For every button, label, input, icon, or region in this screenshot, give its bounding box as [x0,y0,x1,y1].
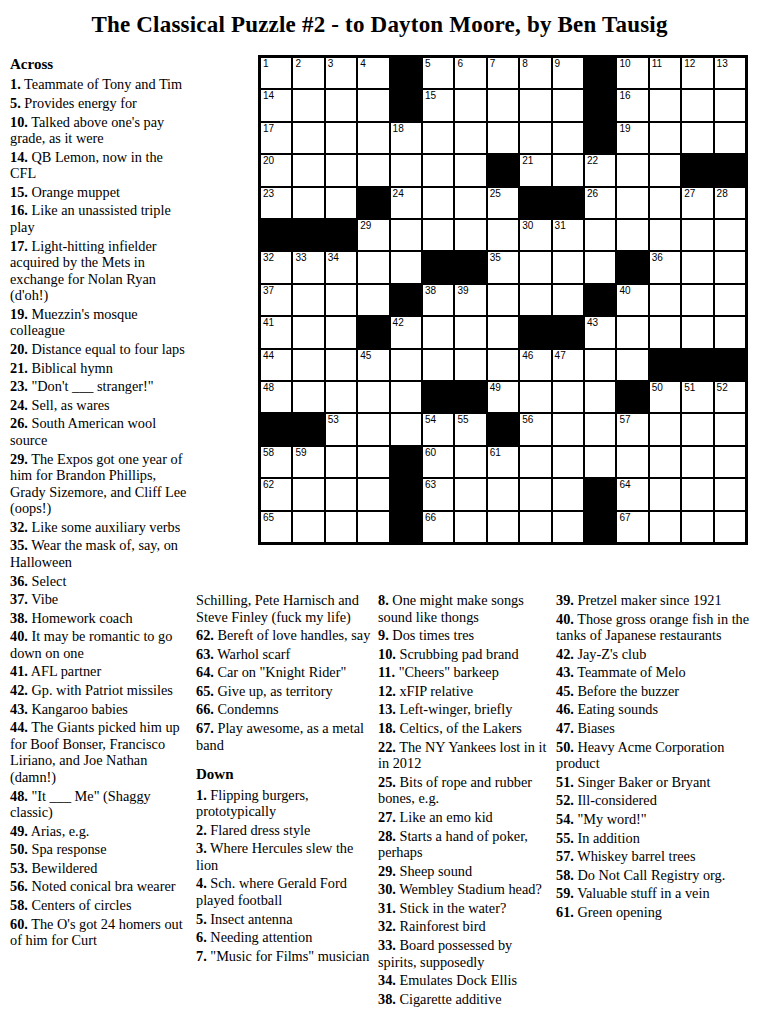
grid-cell[interactable]: 18 [390,122,422,154]
grid-cell[interactable] [292,284,324,316]
grid-cell[interactable]: 17 [260,122,292,154]
grid-cell[interactable] [357,154,389,186]
grid-cell[interactable] [584,381,616,413]
grid-cell[interactable] [552,381,584,413]
black-square [584,57,616,89]
grid-cell[interactable] [584,446,616,478]
grid-cell[interactable]: 23 [260,187,292,219]
grid-cell[interactable] [681,284,713,316]
grid-cell[interactable]: 31 [552,219,584,251]
clue: 53. Bewildered [10,860,188,877]
grid-cell[interactable]: 4 [357,57,389,89]
grid-cell[interactable]: 34 [325,251,357,283]
grid-cell[interactable] [681,89,713,121]
clue: 36. Select [10,573,188,590]
grid-cell[interactable] [584,349,616,381]
grid-cell[interactable] [714,478,746,510]
grid-cell[interactable] [292,511,324,543]
grid-cell[interactable] [357,413,389,445]
grid-cell[interactable] [325,478,357,510]
grid-cell[interactable]: 32 [260,251,292,283]
down-clue-list-continued-1: 8. One might make songs sound like thong… [378,592,552,1009]
grid-cell[interactable] [649,284,681,316]
grid-cell[interactable] [325,349,357,381]
grid-cell[interactable]: 9 [552,57,584,89]
grid-cell[interactable]: 22 [584,154,616,186]
clue: 33. Board possessed by spirits, supposed… [378,937,552,970]
grid-cell[interactable]: 35 [487,251,519,283]
grid-cell[interactable]: 6 [454,57,486,89]
grid-cell[interactable] [454,154,486,186]
clue: 38. Cigarette additive [378,991,552,1008]
grid-cell[interactable]: 19 [616,122,648,154]
crossword-grid: 1234567891011121314151617181920212223242… [258,55,748,545]
clue: 43. Kangaroo babies [10,701,188,718]
grid-cell[interactable] [357,89,389,121]
grid-cell[interactable] [519,284,551,316]
grid-cell[interactable] [552,446,584,478]
grid-cell[interactable]: 60 [422,446,454,478]
cell-number: 20 [263,155,274,167]
cell-number: 7 [490,58,496,70]
cell-number: 61 [490,447,501,459]
grid-cell[interactable]: 27 [681,187,713,219]
grid-cell[interactable] [681,478,713,510]
grid-cell[interactable] [357,446,389,478]
cell-number: 12 [684,58,695,70]
cell-number: 29 [360,220,371,232]
clue: 50. Spa response [10,841,188,858]
grid-cell[interactable] [390,381,422,413]
grid-cell[interactable] [357,284,389,316]
black-square [357,187,389,219]
grid-cell[interactable] [487,316,519,348]
cell-number: 49 [490,382,501,394]
grid-cell[interactable] [487,89,519,121]
grid-cell[interactable] [681,413,713,445]
clue: 2. Flared dress style [196,822,372,839]
grid-cell[interactable] [584,413,616,445]
grid-cell[interactable]: 46 [519,349,551,381]
grid-cell[interactable] [616,446,648,478]
grid-cell[interactable]: 54 [422,413,454,445]
grid-cell[interactable]: 37 [260,284,292,316]
grid-cell[interactable] [292,154,324,186]
cell-number: 14 [263,90,274,102]
grid-cell[interactable]: 65 [260,511,292,543]
grid-cell[interactable] [519,122,551,154]
grid-cell[interactable] [390,349,422,381]
grid-cell[interactable]: 14 [260,89,292,121]
clue: 29. Sheep sound [378,863,552,880]
clue: 40. It may be romantic to go down on one [10,628,188,661]
cell-number: 35 [490,252,501,264]
cell-number: 3 [328,58,334,70]
grid-cell[interactable]: 42 [390,316,422,348]
grid-cell[interactable]: 52 [714,381,746,413]
grid-cell[interactable]: 51 [681,381,713,413]
grid-cell[interactable] [325,89,357,121]
clue-list-header: Across [10,56,188,73]
grid-cell[interactable] [357,511,389,543]
grid-cell[interactable] [325,122,357,154]
grid-cell[interactable]: 61 [487,446,519,478]
grid-cell[interactable] [681,511,713,543]
clue: 57. Whiskey barrel trees [556,848,754,865]
clue: 1. Teammate of Tony and Tim [10,76,188,93]
clue: 37. Vibe [10,591,188,608]
grid-cell[interactable] [649,316,681,348]
cell-number: 4 [360,58,366,70]
grid-cell[interactable] [454,446,486,478]
grid-cell[interactable] [552,478,584,510]
grid-cell[interactable] [552,122,584,154]
grid-cell[interactable]: 5 [422,57,454,89]
grid-cell[interactable] [454,478,486,510]
grid-cell[interactable] [422,316,454,348]
cell-number: 30 [522,220,533,232]
grid-cell[interactable] [325,154,357,186]
grid-cell[interactable] [649,219,681,251]
grid-cell[interactable]: 28 [714,187,746,219]
clue: 61. Green opening [556,904,754,921]
grid-cell[interactable] [714,284,746,316]
grid-cell[interactable] [292,89,324,121]
grid-cell[interactable] [649,413,681,445]
cell-number: 67 [619,512,630,524]
grid-cell[interactable] [325,284,357,316]
cell-number: 15 [425,90,436,102]
grid-cell[interactable] [390,219,422,251]
grid-cell[interactable] [487,219,519,251]
grid-cell[interactable]: 7 [487,57,519,89]
clue: 21. Biblical hymn [10,360,188,377]
clue: 58. Do Not Call Registry org. [556,867,754,884]
grid-cell[interactable] [519,478,551,510]
cell-number: 9 [555,58,561,70]
cell-number: 27 [684,188,695,200]
grid-cell[interactable] [487,349,519,381]
clue: 25. Bits of rope and rubber bones, e.g. [378,774,552,807]
black-square [552,316,584,348]
cell-number: 40 [619,285,630,297]
grid-cell[interactable] [519,511,551,543]
grid-cell[interactable] [454,122,486,154]
grid-cell[interactable]: 49 [487,381,519,413]
clue-list-header: Down [196,766,372,783]
clue: 47. Biases [556,720,754,737]
clue: 10. Talked above one's pay grade, as it … [10,114,188,147]
grid-cell[interactable] [681,219,713,251]
clue: 3. Where Hercules slew the lion [196,840,372,873]
cell-number: 37 [263,285,274,297]
black-square [681,349,713,381]
grid-cell[interactable] [357,381,389,413]
grid-cell[interactable]: 55 [454,413,486,445]
grid-cell[interactable] [714,122,746,154]
grid-cell[interactable] [454,89,486,121]
black-square [422,251,454,283]
grid-cell[interactable]: 66 [422,511,454,543]
clue: 59. Valuable stuff in a vein [556,885,754,902]
grid-cell[interactable]: 43 [584,316,616,348]
clue: 56. Noted conical bra wearer [10,878,188,895]
grid-cell[interactable] [714,446,746,478]
clue: 5. Provides energy for [10,95,188,112]
grid-cell[interactable]: 1 [260,57,292,89]
cell-number: 43 [587,317,598,329]
cell-number: 13 [717,58,728,70]
grid-cell[interactable] [519,89,551,121]
clue: 63. Warhol scarf [196,646,372,663]
grid-cell[interactable] [454,511,486,543]
grid-cell[interactable] [616,316,648,348]
grid-cell[interactable]: 38 [422,284,454,316]
grid-cell[interactable]: 25 [487,187,519,219]
grid-cell[interactable] [552,251,584,283]
grid-cell[interactable]: 13 [714,57,746,89]
grid-cell[interactable] [422,154,454,186]
across-clue-list: Across1. Teammate of Tony and Tim5. Prov… [10,56,188,951]
black-square [487,413,519,445]
clue: 62. Bereft of love handles, say [196,627,372,644]
grid-cell[interactable] [422,349,454,381]
black-square [584,89,616,121]
grid-cell[interactable] [325,511,357,543]
grid-cell[interactable]: 12 [681,57,713,89]
clue: 32. Rainforest bird [378,918,552,935]
grid-cell[interactable] [552,511,584,543]
grid-cell[interactable] [714,511,746,543]
grid-cell[interactable] [714,316,746,348]
grid-cell[interactable] [325,446,357,478]
grid-cell[interactable] [649,89,681,121]
grid-cell[interactable] [325,187,357,219]
grid-cell[interactable] [519,251,551,283]
clue: 64. Car on "Knight Rider" [196,664,372,681]
grid-cell[interactable] [519,381,551,413]
grid-cell[interactable] [325,316,357,348]
grid-cell[interactable]: 39 [454,284,486,316]
black-square [260,219,292,251]
grid-cell[interactable] [714,89,746,121]
clue: 9. Dos times tres [378,627,552,644]
clue: 50. Heavy Acme Corporation product [556,739,754,772]
grid-cell[interactable] [357,251,389,283]
clue: 16. Like an unassisted triple play [10,202,188,235]
cell-number: 45 [360,350,371,362]
black-square [292,413,324,445]
grid-cell[interactable]: 30 [519,219,551,251]
grid-cell[interactable] [649,446,681,478]
cell-number: 17 [263,123,274,135]
cell-number: 11 [652,58,662,70]
grid-cell[interactable]: 59 [292,446,324,478]
cell-number: 60 [425,447,436,459]
grid-cell[interactable]: 15 [422,89,454,121]
grid-cell[interactable] [487,122,519,154]
grid-cell[interactable]: 33 [292,251,324,283]
grid-cell[interactable]: 64 [616,478,648,510]
cell-number: 36 [652,252,663,264]
grid-cell[interactable]: 62 [260,478,292,510]
clue: 55. In addition [556,830,754,847]
cell-number: 51 [684,382,695,394]
grid-cell[interactable] [616,154,648,186]
grid-cell[interactable]: 56 [519,413,551,445]
grid-cell[interactable]: 26 [584,187,616,219]
grid-cell[interactable] [681,251,713,283]
clue: 58. Centers of circles [10,897,188,914]
clue: 12. xFIP relative [378,683,552,700]
grid-cell[interactable] [649,511,681,543]
clue: 42. Gp. with Patriot missiles [10,682,188,699]
clue: 6. Needing attention [196,929,372,946]
clue: 5. Insect antenna [196,911,372,928]
page-title: The Classical Puzzle #2 - to Dayton Moor… [0,12,759,38]
grid-cell[interactable]: 53 [325,413,357,445]
cell-number: 57 [619,414,630,426]
grid-cell[interactable]: 2 [292,57,324,89]
cell-number: 33 [295,252,306,264]
clue: 38. Homework coach [10,610,188,627]
grid-cell[interactable] [616,187,648,219]
cell-number: 24 [393,188,404,200]
black-square [714,349,746,381]
grid-cell[interactable]: 57 [616,413,648,445]
grid-cell[interactable]: 44 [260,349,292,381]
clue: 8. One might make songs sound like thong… [378,592,552,625]
grid-cell[interactable]: 24 [390,187,422,219]
grid-cell[interactable] [454,187,486,219]
grid-cell[interactable]: 11 [649,57,681,89]
grid-cell[interactable] [422,187,454,219]
grid-cell[interactable] [292,478,324,510]
cell-number: 65 [263,512,274,524]
cell-number: 47 [555,350,566,362]
grid-cell[interactable]: 10 [616,57,648,89]
grid-cell[interactable] [649,154,681,186]
clue: 66. Condemns [196,701,372,718]
grid-cell[interactable] [584,219,616,251]
grid-cell[interactable]: 20 [260,154,292,186]
clue: 41. AFL partner [10,663,188,680]
grid-cell[interactable]: 58 [260,446,292,478]
clue: 13. Left-winger, briefly [378,701,552,718]
grid-cell[interactable] [454,316,486,348]
clue: 51. Singer Baker or Bryant [556,774,754,791]
cell-number: 42 [393,317,404,329]
black-square [681,154,713,186]
grid-cell[interactable] [552,284,584,316]
grid-cell[interactable] [519,446,551,478]
grid-cell[interactable] [292,381,324,413]
grid-cell[interactable] [681,122,713,154]
black-square [649,349,681,381]
grid-cell[interactable] [616,349,648,381]
grid-cell[interactable]: 29 [357,219,389,251]
grid-cell[interactable] [422,122,454,154]
grid-cell[interactable]: 8 [519,57,551,89]
grid-cell[interactable] [422,219,454,251]
grid-cell[interactable] [552,89,584,121]
cell-number: 19 [619,123,630,135]
clue: 7. "Music for Films" musician [196,948,372,965]
clue: 49. Arias, e.g. [10,823,188,840]
cell-number: 62 [263,479,274,491]
grid-cell[interactable]: 50 [649,381,681,413]
grid-cell[interactable] [714,251,746,283]
cell-number: 55 [457,414,468,426]
grid-cell[interactable] [681,446,713,478]
grid-cell[interactable]: 3 [325,57,357,89]
grid-cell[interactable]: 16 [616,89,648,121]
clue: 35. Wear the mask of, say, on Halloween [10,537,188,570]
grid-cell[interactable]: 21 [519,154,551,186]
grid-cell[interactable]: 45 [357,349,389,381]
grid-cell[interactable] [681,316,713,348]
grid-cell[interactable] [454,349,486,381]
clue: 40. Those gross orange fish in the tanks… [556,611,754,644]
grid-cell[interactable] [292,316,324,348]
grid-cell[interactable] [649,478,681,510]
grid-cell[interactable]: 67 [616,511,648,543]
cell-number: 16 [619,90,630,102]
grid-cell[interactable] [487,284,519,316]
cell-number: 18 [393,123,404,135]
grid-cell[interactable]: 47 [552,349,584,381]
black-square [487,154,519,186]
clue: 31. Stick in the water? [378,900,552,917]
grid-cell[interactable] [357,478,389,510]
grid-cell[interactable] [357,122,389,154]
grid-cell[interactable] [454,219,486,251]
grid-cell[interactable] [325,381,357,413]
grid-cell[interactable] [552,154,584,186]
grid-cell[interactable]: 36 [649,251,681,283]
grid-cell[interactable] [487,511,519,543]
grid-cell[interactable] [649,187,681,219]
black-square [552,187,584,219]
grid-cell[interactable] [292,122,324,154]
grid-cell[interactable] [390,251,422,283]
grid-cell[interactable] [649,122,681,154]
clue-continuation: Schilling, Pete Harnisch and Steve Finle… [196,592,372,625]
grid-cell[interactable]: 40 [616,284,648,316]
clue: 22. The NY Yankees lost in it in 2012 [378,739,552,772]
grid-cell[interactable] [292,349,324,381]
grid-cell[interactable] [292,187,324,219]
black-square [584,284,616,316]
grid-cell[interactable] [714,219,746,251]
cell-number: 63 [425,479,436,491]
grid-cell[interactable] [487,478,519,510]
grid-cell[interactable] [616,219,648,251]
clue: 4. Sch. where Gerald Ford played footbal… [196,875,372,908]
grid-cell[interactable]: 48 [260,381,292,413]
clue: 39. Pretzel maker since 1921 [556,592,754,609]
grid-cell[interactable]: 63 [422,478,454,510]
grid-cell[interactable] [714,413,746,445]
grid-cell[interactable] [552,413,584,445]
grid-cell[interactable] [390,154,422,186]
black-square [519,316,551,348]
grid-cell[interactable]: 41 [260,316,292,348]
grid-cell[interactable] [390,413,422,445]
clue: 20. Distance equal to four laps [10,341,188,358]
grid-cell[interactable] [584,251,616,283]
cell-number: 5 [425,58,431,70]
